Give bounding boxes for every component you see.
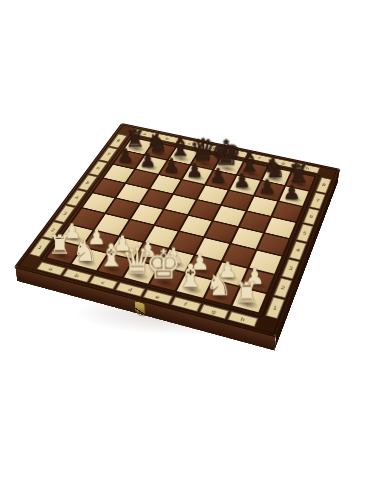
brass-clasp-icon bbox=[134, 301, 144, 313]
square-g1[interactable]: ♞ bbox=[204, 280, 238, 304]
black-pawn[interactable]: ♟ bbox=[117, 146, 134, 165]
square-e4[interactable] bbox=[180, 216, 211, 237]
square-h1[interactable]: ♜ bbox=[232, 287, 266, 312]
rank-label-5: 5 bbox=[296, 224, 313, 242]
rank-label-3: 3 bbox=[281, 259, 299, 279]
file-label-d: d bbox=[115, 282, 145, 297]
file-label-e: e bbox=[142, 289, 172, 304]
chessboard-frame: abcdefgh abcdefgh 87654321 87654321 ♜♞♝♛… bbox=[15, 124, 339, 337]
rank-label-8: 8 bbox=[315, 177, 331, 193]
black-pawn[interactable]: ♟ bbox=[139, 151, 156, 170]
square-g6[interactable] bbox=[247, 196, 277, 216]
black-pawn[interactable]: ♟ bbox=[233, 171, 250, 190]
file-label-h: h bbox=[227, 311, 258, 327]
white-rook[interactable]: ♜ bbox=[48, 232, 72, 258]
black-pawn[interactable]: ♟ bbox=[209, 166, 226, 185]
file-label-g: g bbox=[198, 304, 228, 320]
square-b4[interactable] bbox=[106, 199, 138, 219]
rank-label-6: 6 bbox=[302, 208, 319, 225]
black-pawn[interactable]: ♟ bbox=[258, 176, 275, 195]
rank-label-4: 4 bbox=[288, 241, 306, 260]
white-knight[interactable]: ♞ bbox=[204, 269, 231, 299]
rank-label-1: 1 bbox=[265, 297, 284, 319]
black-pawn[interactable]: ♟ bbox=[282, 182, 300, 202]
square-f4[interactable] bbox=[205, 222, 236, 243]
black-pawn[interactable]: ♟ bbox=[186, 161, 203, 180]
white-knight[interactable]: ♞ bbox=[72, 236, 98, 265]
rank-label-7: 7 bbox=[309, 192, 325, 209]
rank-label-2: 2 bbox=[273, 277, 292, 298]
white-rook[interactable]: ♜ bbox=[233, 278, 258, 306]
black-pawn[interactable]: ♟ bbox=[162, 156, 179, 175]
product-photo-scene: abcdefgh abcdefgh 87654321 87654321 ♜♞♝♛… bbox=[0, 0, 375, 500]
file-label-f: f bbox=[170, 296, 200, 311]
white-bishop[interactable]: ♝ bbox=[176, 260, 205, 292]
chessboard-3d-wrap: abcdefgh abcdefgh 87654321 87654321 ♜♞♝♛… bbox=[2, 92, 373, 338]
